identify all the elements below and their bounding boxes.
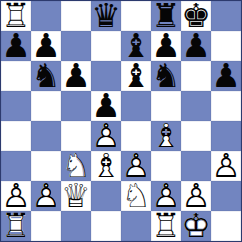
rook-solid-glyph: ♜ (1, 1, 31, 31)
piece-black-knight[interactable]: ♞ (31, 61, 61, 91)
piece-white-king[interactable]: ♚♔ (181, 211, 211, 241)
square-c4[interactable] (61, 121, 91, 151)
pawn-solid-glyph: ♟ (211, 151, 241, 181)
piece-white-rook[interactable]: ♜♖ (1, 1, 31, 31)
square-e8[interactable] (121, 1, 151, 31)
piece-white-pawn[interactable]: ♟♙ (1, 181, 31, 211)
square-b1[interactable] (31, 211, 61, 241)
knight-solid-glyph: ♞ (151, 61, 181, 91)
square-a7[interactable]: ♟ (1, 31, 31, 61)
knight-solid-glyph: ♞ (121, 181, 151, 211)
piece-white-pawn[interactable]: ♟♙ (121, 151, 151, 181)
piece-white-rook[interactable]: ♜♖ (1, 211, 31, 241)
square-b2[interactable]: ♟♙ (31, 181, 61, 211)
pawn-outline-glyph: ♙ (211, 151, 241, 181)
pawn-solid-glyph: ♟ (31, 31, 61, 61)
piece-black-pawn[interactable]: ♟ (1, 31, 31, 61)
bishop-solid-glyph: ♝ (91, 151, 121, 181)
square-g7[interactable]: ♟ (181, 31, 211, 61)
square-f2[interactable]: ♟♙ (151, 181, 181, 211)
square-d2[interactable] (91, 181, 121, 211)
pawn-solid-glyph: ♟ (211, 61, 241, 91)
square-a6[interactable] (1, 61, 31, 91)
knight-solid-glyph: ♞ (31, 61, 61, 91)
square-d6[interactable] (91, 61, 121, 91)
bishop-solid-glyph: ♝ (121, 61, 151, 91)
square-d3[interactable]: ♝♗ (91, 151, 121, 181)
square-b3[interactable] (31, 151, 61, 181)
square-b6[interactable]: ♞ (31, 61, 61, 91)
pawn-outline-glyph: ♙ (1, 181, 31, 211)
knight-outline-glyph: ♘ (121, 181, 151, 211)
square-g3[interactable] (181, 151, 211, 181)
square-a1[interactable]: ♜♖ (1, 211, 31, 241)
pawn-solid-glyph: ♟ (61, 61, 91, 91)
square-c3[interactable]: ♞♘ (61, 151, 91, 181)
rook-outline-glyph: ♖ (1, 1, 31, 31)
square-d8[interactable]: ♛ (91, 1, 121, 31)
square-h3[interactable]: ♟♙ (211, 151, 241, 181)
king-outline-glyph: ♔ (181, 211, 211, 241)
square-a2[interactable]: ♟♙ (1, 181, 31, 211)
rook-solid-glyph: ♜ (1, 211, 31, 241)
queen-solid-glyph: ♛ (91, 1, 121, 31)
square-c7[interactable] (61, 31, 91, 61)
rook-solid-glyph: ♜ (151, 1, 181, 31)
rook-solid-glyph: ♜ (151, 211, 181, 241)
square-a8[interactable]: ♜♖ (1, 1, 31, 31)
knight-outline-glyph: ♘ (61, 151, 91, 181)
piece-white-knight[interactable]: ♞♘ (61, 151, 91, 181)
square-h5[interactable] (211, 91, 241, 121)
square-c5[interactable] (61, 91, 91, 121)
square-e5[interactable] (121, 91, 151, 121)
square-c1[interactable] (61, 211, 91, 241)
piece-white-pawn[interactable]: ♟♙ (211, 151, 241, 181)
pawn-solid-glyph: ♟ (1, 31, 31, 61)
piece-white-knight[interactable]: ♞♘ (121, 181, 151, 211)
square-a4[interactable] (1, 121, 31, 151)
pawn-solid-glyph: ♟ (151, 181, 181, 211)
piece-black-pawn[interactable]: ♟ (151, 31, 181, 61)
square-h1[interactable] (211, 211, 241, 241)
square-h4[interactable] (211, 121, 241, 151)
piece-white-queen[interactable]: ♛♕ (61, 181, 91, 211)
piece-black-queen[interactable]: ♛ (91, 1, 121, 31)
square-g6[interactable] (181, 61, 211, 91)
piece-black-bishop[interactable]: ♝ (121, 61, 151, 91)
square-f7[interactable]: ♟ (151, 31, 181, 61)
pawn-solid-glyph: ♟ (181, 181, 211, 211)
rook-outline-glyph: ♖ (151, 211, 181, 241)
square-g1[interactable]: ♚♔ (181, 211, 211, 241)
king-solid-glyph: ♚ (181, 211, 211, 241)
square-d4[interactable]: ♟♙ (91, 121, 121, 151)
piece-black-rook[interactable]: ♜ (151, 1, 181, 31)
pawn-solid-glyph: ♟ (151, 31, 181, 61)
piece-white-pawn[interactable]: ♟♙ (151, 181, 181, 211)
square-d5[interactable]: ♟ (91, 91, 121, 121)
piece-black-knight[interactable]: ♞ (151, 61, 181, 91)
square-e4[interactable] (121, 121, 151, 151)
square-h7[interactable] (211, 31, 241, 61)
bishop-solid-glyph: ♝ (121, 31, 151, 61)
square-g8[interactable]: ♚ (181, 1, 211, 31)
square-e6[interactable]: ♝ (121, 61, 151, 91)
pawn-outline-glyph: ♙ (151, 181, 181, 211)
pawn-outline-glyph: ♙ (91, 121, 121, 151)
pawn-solid-glyph: ♟ (31, 181, 61, 211)
square-h8[interactable] (211, 1, 241, 31)
king-solid-glyph: ♚ (181, 1, 211, 31)
square-f4[interactable]: ♝♗ (151, 121, 181, 151)
square-e2[interactable]: ♞♘ (121, 181, 151, 211)
piece-white-bishop[interactable]: ♝♗ (151, 121, 181, 151)
square-f6[interactable]: ♞ (151, 61, 181, 91)
square-b5[interactable] (31, 91, 61, 121)
square-f1[interactable]: ♜♖ (151, 211, 181, 241)
square-f8[interactable]: ♜ (151, 1, 181, 31)
pawn-solid-glyph: ♟ (91, 91, 121, 121)
pawn-solid-glyph: ♟ (91, 121, 121, 151)
piece-white-pawn[interactable]: ♟♙ (91, 121, 121, 151)
square-g2[interactable]: ♟♙ (181, 181, 211, 211)
square-b4[interactable] (31, 121, 61, 151)
pawn-solid-glyph: ♟ (181, 31, 211, 61)
pawn-outline-glyph: ♙ (121, 151, 151, 181)
square-h2[interactable] (211, 181, 241, 211)
square-c6[interactable]: ♟ (61, 61, 91, 91)
piece-black-king[interactable]: ♚ (181, 1, 211, 31)
piece-black-pawn[interactable]: ♟ (181, 31, 211, 61)
piece-black-pawn[interactable]: ♟ (61, 61, 91, 91)
square-d7[interactable] (91, 31, 121, 61)
square-g4[interactable] (181, 121, 211, 151)
pawn-solid-glyph: ♟ (121, 151, 151, 181)
square-a5[interactable] (1, 91, 31, 121)
square-d1[interactable] (91, 211, 121, 241)
bishop-solid-glyph: ♝ (151, 121, 181, 151)
square-b7[interactable]: ♟ (31, 31, 61, 61)
queen-outline-glyph: ♕ (61, 181, 91, 211)
piece-black-bishop[interactable]: ♝ (121, 31, 151, 61)
knight-solid-glyph: ♞ (61, 151, 91, 181)
piece-white-bishop[interactable]: ♝♗ (91, 151, 121, 181)
square-f5[interactable] (151, 91, 181, 121)
piece-white-pawn[interactable]: ♟♙ (181, 181, 211, 211)
chess-board: ♜♖♛♜♚♟♟♝♟♟♞♟♝♞♟♟♟♙♝♗♞♘♝♗♟♙♟♙♟♙♟♙♛♕♞♘♟♙♟♙… (0, 0, 242, 242)
piece-white-pawn[interactable]: ♟♙ (31, 181, 61, 211)
square-g5[interactable] (181, 91, 211, 121)
rook-outline-glyph: ♖ (1, 211, 31, 241)
square-e1[interactable] (121, 211, 151, 241)
square-a3[interactable] (1, 151, 31, 181)
square-b8[interactable] (31, 1, 61, 31)
pawn-outline-glyph: ♙ (181, 181, 211, 211)
square-f3[interactable] (151, 151, 181, 181)
pawn-outline-glyph: ♙ (31, 181, 61, 211)
piece-black-pawn[interactable]: ♟ (31, 31, 61, 61)
piece-black-pawn[interactable]: ♟ (91, 91, 121, 121)
square-c8[interactable] (61, 1, 91, 31)
bishop-outline-glyph: ♗ (91, 151, 121, 181)
square-c2[interactable]: ♛♕ (61, 181, 91, 211)
square-e3[interactable]: ♟♙ (121, 151, 151, 181)
queen-solid-glyph: ♛ (61, 181, 91, 211)
square-h6[interactable]: ♟ (211, 61, 241, 91)
square-e7[interactable]: ♝ (121, 31, 151, 61)
pawn-solid-glyph: ♟ (1, 181, 31, 211)
bishop-outline-glyph: ♗ (151, 121, 181, 151)
piece-black-pawn[interactable]: ♟ (211, 61, 241, 91)
piece-white-rook[interactable]: ♜♖ (151, 211, 181, 241)
